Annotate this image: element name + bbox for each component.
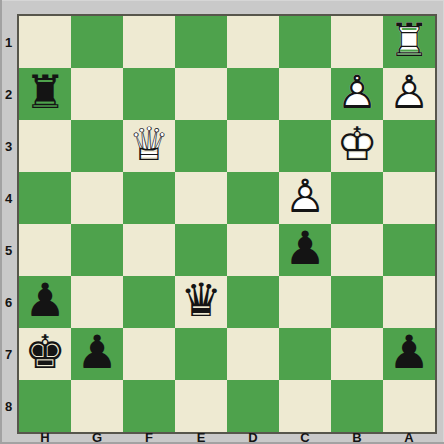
- file-label-b: B: [331, 431, 383, 444]
- square-c3[interactable]: [279, 120, 331, 172]
- square-e8[interactable]: [175, 380, 227, 432]
- piece-glyph: ♛: [180, 277, 221, 323]
- square-b2[interactable]: ♟♙: [331, 68, 383, 120]
- black-pawn-c5[interactable]: ♟: [279, 224, 331, 276]
- square-g7[interactable]: ♟: [71, 328, 123, 380]
- square-g2[interactable]: [71, 68, 123, 120]
- square-d6[interactable]: [227, 276, 279, 328]
- square-h7[interactable]: ♚: [19, 328, 71, 380]
- square-h8[interactable]: [19, 380, 71, 432]
- square-g1[interactable]: [71, 16, 123, 68]
- white-king-b3[interactable]: ♚♔: [331, 120, 383, 172]
- square-c8[interactable]: [279, 380, 331, 432]
- square-d4[interactable]: [227, 172, 279, 224]
- file-label-e: E: [175, 431, 227, 444]
- piece-glyph: ♙: [388, 69, 429, 115]
- square-b7[interactable]: [331, 328, 383, 380]
- square-c4[interactable]: ♟♙: [279, 172, 331, 224]
- square-d3[interactable]: [227, 120, 279, 172]
- piece-glyph: ♟: [284, 225, 325, 271]
- rank-label-4: 4: [0, 172, 17, 224]
- square-b8[interactable]: [331, 380, 383, 432]
- square-b4[interactable]: [331, 172, 383, 224]
- square-h2[interactable]: ♜: [19, 68, 71, 120]
- piece-glyph: ♕: [128, 121, 169, 167]
- square-c1[interactable]: [279, 16, 331, 68]
- rank-label-8: 8: [0, 380, 17, 432]
- square-e6[interactable]: ♛: [175, 276, 227, 328]
- chess-board: ♜♖♜♟♙♟♙♛♕♚♔♟♙♟♟♛♚♟♟: [17, 14, 437, 434]
- rank-label-2: 2: [0, 68, 17, 120]
- square-c2[interactable]: [279, 68, 331, 120]
- square-f7[interactable]: [123, 328, 175, 380]
- piece-glyph: ♜: [24, 69, 65, 115]
- square-a6[interactable]: [383, 276, 435, 328]
- file-label-c: C: [279, 431, 331, 444]
- file-label-g: G: [71, 431, 123, 444]
- square-f6[interactable]: [123, 276, 175, 328]
- square-a1[interactable]: ♜♖: [383, 16, 435, 68]
- piece-glyph: ♖: [388, 17, 429, 63]
- rank-label-5: 5: [0, 224, 17, 276]
- square-d5[interactable]: [227, 224, 279, 276]
- square-a5[interactable]: [383, 224, 435, 276]
- square-h3[interactable]: [19, 120, 71, 172]
- square-h5[interactable]: [19, 224, 71, 276]
- piece-glyph: ♚: [24, 329, 65, 375]
- square-f8[interactable]: [123, 380, 175, 432]
- white-pawn-b2[interactable]: ♟♙: [331, 68, 383, 120]
- piece-glyph: ♔: [336, 121, 377, 167]
- white-queen-f3[interactable]: ♛♕: [123, 120, 175, 172]
- file-labels: HGFEDCBA: [19, 431, 435, 444]
- file-label-f: F: [123, 431, 175, 444]
- white-rook-a1[interactable]: ♜♖: [383, 16, 435, 68]
- rank-labels: 12345678: [0, 16, 17, 432]
- rank-label-7: 7: [0, 328, 17, 380]
- square-f2[interactable]: [123, 68, 175, 120]
- square-a8[interactable]: [383, 380, 435, 432]
- square-d7[interactable]: [227, 328, 279, 380]
- square-a3[interactable]: [383, 120, 435, 172]
- square-f1[interactable]: [123, 16, 175, 68]
- square-e1[interactable]: [175, 16, 227, 68]
- square-c6[interactable]: [279, 276, 331, 328]
- square-b1[interactable]: [331, 16, 383, 68]
- square-h1[interactable]: [19, 16, 71, 68]
- square-c5[interactable]: ♟: [279, 224, 331, 276]
- square-f5[interactable]: [123, 224, 175, 276]
- piece-glyph: ♟: [24, 277, 65, 323]
- square-d8[interactable]: [227, 380, 279, 432]
- rank-label-6: 6: [0, 276, 17, 328]
- square-f3[interactable]: ♛♕: [123, 120, 175, 172]
- square-b5[interactable]: [331, 224, 383, 276]
- piece-glyph: ♙: [284, 173, 325, 219]
- file-label-d: D: [227, 431, 279, 444]
- square-g8[interactable]: [71, 380, 123, 432]
- square-d1[interactable]: [227, 16, 279, 68]
- black-pawn-g7[interactable]: ♟: [71, 328, 123, 380]
- rank-label-3: 3: [0, 120, 17, 172]
- piece-glyph: ♟: [76, 329, 117, 375]
- black-pawn-h6[interactable]: ♟: [19, 276, 71, 328]
- file-label-h: H: [19, 431, 71, 444]
- square-c7[interactable]: [279, 328, 331, 380]
- square-a4[interactable]: [383, 172, 435, 224]
- square-e7[interactable]: [175, 328, 227, 380]
- rank-label-1: 1: [0, 16, 17, 68]
- square-e5[interactable]: [175, 224, 227, 276]
- white-pawn-a2[interactable]: ♟♙: [383, 68, 435, 120]
- square-e2[interactable]: [175, 68, 227, 120]
- square-e4[interactable]: [175, 172, 227, 224]
- black-rook-h2[interactable]: ♜: [19, 68, 71, 120]
- square-g4[interactable]: [71, 172, 123, 224]
- black-queen-e6[interactable]: ♛: [175, 276, 227, 328]
- piece-glyph: ♙: [336, 69, 377, 115]
- white-pawn-c4[interactable]: ♟♙: [279, 172, 331, 224]
- square-a7[interactable]: ♟: [383, 328, 435, 380]
- black-pawn-a7[interactable]: ♟: [383, 328, 435, 380]
- square-b3[interactable]: ♚♔: [331, 120, 383, 172]
- square-d2[interactable]: [227, 68, 279, 120]
- square-e3[interactable]: [175, 120, 227, 172]
- square-f4[interactable]: [123, 172, 175, 224]
- square-g5[interactable]: [71, 224, 123, 276]
- square-g3[interactable]: [71, 120, 123, 172]
- square-b6[interactable]: [331, 276, 383, 328]
- square-h6[interactable]: ♟: [19, 276, 71, 328]
- file-label-a: A: [383, 431, 435, 444]
- square-g6[interactable]: [71, 276, 123, 328]
- square-a2[interactable]: ♟♙: [383, 68, 435, 120]
- piece-glyph: ♟: [388, 329, 429, 375]
- black-king-h7[interactable]: ♚: [19, 328, 71, 380]
- chessboard-frame: 12345678 ♜♖♜♟♙♟♙♛♕♚♔♟♙♟♟♛♚♟♟ HGFEDCBA: [0, 0, 444, 444]
- square-h4[interactable]: [19, 172, 71, 224]
